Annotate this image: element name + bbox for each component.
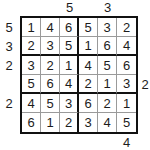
clue-left-row5: 2	[0, 94, 18, 113]
clue-top-col5: 3	[98, 0, 117, 15]
grid-cell-r4c5[interactable]: 1	[98, 75, 117, 94]
grid-cell-r1c5[interactable]: 3	[98, 18, 117, 37]
grid-cell-r2c5[interactable]: 6	[98, 37, 117, 56]
grid-cell-r6c6[interactable]: 5	[117, 113, 136, 132]
clue-left-row2: 3	[0, 37, 18, 56]
grid-cell-r1c1[interactable]: 1	[22, 18, 41, 37]
grid-cell-r1c3[interactable]: 6	[60, 18, 79, 37]
grid-cell-r2c6[interactable]: 4	[117, 37, 136, 56]
grid-cell-r4c3[interactable]: 4	[60, 75, 79, 94]
grid-cell-r3c3[interactable]: 1	[60, 56, 79, 75]
grid-cell-r5c3[interactable]: 3	[60, 94, 79, 113]
grid-cell-r1c6[interactable]: 2	[117, 18, 136, 37]
grid-cell-r6c2[interactable]: 1	[41, 113, 60, 132]
grid-cell-r4c6[interactable]: 3	[117, 75, 136, 94]
clue-left-row3: 2	[0, 56, 18, 75]
grid-cell-r3c5[interactable]: 5	[98, 56, 117, 75]
grid-cell-r3c4[interactable]: 4	[79, 56, 98, 75]
grid-cell-r2c1[interactable]: 2	[22, 37, 41, 56]
grid-cell-r3c6[interactable]: 6	[117, 56, 136, 75]
grid-cell-r5c5[interactable]: 2	[98, 94, 117, 113]
grid-cell-r2c2[interactable]: 3	[41, 37, 60, 56]
grid-cell-r4c1[interactable]: 5	[22, 75, 41, 94]
sudoku-board: 146532235164321456564213453621612345	[20, 16, 138, 134]
grid-cell-r6c1[interactable]: 6	[22, 113, 41, 132]
clue-bottom-col6: 4	[117, 135, 136, 149]
puzzle-diagram: 146532235164321456564213453621612345 534…	[0, 0, 150, 150]
grid-cell-r6c3[interactable]: 2	[60, 113, 79, 132]
grid-cell-r5c1[interactable]: 4	[22, 94, 41, 113]
grid-cell-r2c3[interactable]: 5	[60, 37, 79, 56]
grid-cell-r6c4[interactable]: 3	[79, 113, 98, 132]
grid-cell-r5c6[interactable]: 1	[117, 94, 136, 113]
grid-cell-r5c4[interactable]: 6	[79, 94, 98, 113]
grid-cell-r4c2[interactable]: 6	[41, 75, 60, 94]
grid-cell-r4c4[interactable]: 2	[79, 75, 98, 94]
clue-right-row4: 2	[139, 75, 150, 94]
grid-cell-r3c2[interactable]: 2	[41, 56, 60, 75]
grid-cell-r1c2[interactable]: 4	[41, 18, 60, 37]
grid-cell-r1c4[interactable]: 5	[79, 18, 98, 37]
clue-top-col3: 5	[60, 0, 79, 15]
grid-cell-r6c5[interactable]: 4	[98, 113, 117, 132]
grid-cell-r5c2[interactable]: 5	[41, 94, 60, 113]
clue-left-row1: 5	[0, 18, 18, 37]
grid-cell-r3c1[interactable]: 3	[22, 56, 41, 75]
grid-cell-r2c4[interactable]: 1	[79, 37, 98, 56]
